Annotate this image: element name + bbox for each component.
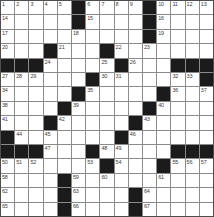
letter-cell-r1c4[interactable]: 4: [44, 1, 57, 14]
letter-cell-r2c3[interactable]: [29, 15, 42, 28]
letter-cell-r2c12[interactable]: 16: [157, 15, 170, 28]
clue-number: 57: [201, 159, 207, 165]
letter-cell-r2c9[interactable]: [115, 15, 128, 28]
letter-cell-r10c5[interactable]: [58, 131, 71, 144]
block-cell-r5c3: [29, 59, 42, 72]
letter-cell-r9c9[interactable]: [115, 116, 128, 129]
letter-cell-r13c9[interactable]: [115, 174, 128, 187]
letter-cell-r10c12[interactable]: [157, 131, 170, 144]
clue-number: 19: [158, 30, 164, 36]
letter-cell-r13c14[interactable]: [186, 174, 199, 187]
clue-number: 32: [172, 73, 178, 79]
letter-cell-r6c6[interactable]: [72, 73, 85, 86]
letter-cell-r1c3[interactable]: 3: [29, 1, 42, 14]
letter-cell-r8c2[interactable]: [15, 102, 28, 115]
block-cell-r8c11: [143, 102, 156, 115]
letter-cell-r4c9[interactable]: 22: [115, 44, 128, 57]
letter-cell-r13c2[interactable]: [15, 174, 28, 187]
letter-cell-r9c14[interactable]: [186, 116, 199, 129]
letter-cell-r1c14[interactable]: 12: [186, 1, 199, 14]
letter-cell-r15c6[interactable]: 66: [72, 203, 85, 216]
clue-number: 2: [16, 1, 19, 7]
letter-cell-r3c3[interactable]: [29, 30, 42, 43]
letter-cell-r9c12[interactable]: [157, 116, 170, 129]
clue-number: 40: [158, 102, 164, 108]
letter-cell-r15c12[interactable]: [157, 203, 170, 216]
block-cell-r5c1: [1, 59, 14, 72]
letter-cell-r8c13[interactable]: [171, 102, 184, 115]
clue-number: 53: [87, 159, 93, 165]
letter-cell-r3c15[interactable]: [200, 30, 213, 43]
clue-number: 5: [59, 1, 62, 7]
letter-cell-r7c3[interactable]: [29, 87, 42, 100]
letter-cell-r13c3[interactable]: [29, 174, 42, 187]
letter-cell-r9c7[interactable]: [86, 116, 99, 129]
letter-cell-r4c12[interactable]: [157, 44, 170, 57]
clue-number: 67: [144, 203, 150, 209]
clue-number: 65: [2, 203, 8, 209]
letter-cell-r15c9[interactable]: [115, 203, 128, 216]
letter-cell-r7c5[interactable]: [58, 87, 71, 100]
letter-cell-r6c9[interactable]: 31: [115, 73, 128, 86]
clue-number: 7: [101, 1, 104, 7]
letter-cell-r10c8[interactable]: [100, 131, 113, 144]
clue-number: 37: [201, 87, 207, 93]
clue-number: 36: [172, 87, 178, 93]
clue-number: 18: [73, 30, 79, 36]
crossword-puzzle: 1234567891011121314151617181920212223242…: [0, 0, 214, 217]
letter-cell-r12c5[interactable]: [58, 159, 71, 172]
letter-cell-r14c13[interactable]: [171, 188, 184, 201]
letter-cell-r3c13[interactable]: [171, 30, 184, 43]
letter-cell-r8c14[interactable]: [186, 102, 199, 115]
letter-cell-r12c9[interactable]: 54: [115, 159, 128, 172]
clue-number: 52: [30, 159, 36, 165]
clue-number: 56: [187, 159, 193, 165]
clue-number: 63: [73, 188, 79, 194]
letter-cell-r6c8[interactable]: 30: [100, 73, 113, 86]
block-cell-r6c15: [200, 73, 213, 86]
letter-cell-r15c3[interactable]: [29, 203, 42, 216]
letter-cell-r8c15[interactable]: [200, 102, 213, 115]
letter-cell-r7c4[interactable]: [44, 87, 57, 100]
letter-cell-r8c6[interactable]: 39: [72, 102, 85, 115]
letter-cell-r5c6[interactable]: [72, 59, 85, 72]
letter-cell-r14c14[interactable]: [186, 188, 199, 201]
clue-number: 62: [2, 188, 8, 194]
letter-cell-r8c3[interactable]: [29, 102, 42, 115]
letter-cell-r11c4[interactable]: 47: [44, 145, 57, 158]
clue-number: 9: [130, 1, 133, 7]
letter-cell-r4c15[interactable]: [200, 44, 213, 57]
letter-cell-r7c11[interactable]: [143, 87, 156, 100]
letter-cell-r12c1[interactable]: 50: [1, 159, 14, 172]
clue-number: 35: [87, 87, 93, 93]
letter-cell-r14c8[interactable]: [100, 188, 113, 201]
letter-cell-r15c2[interactable]: [15, 203, 28, 216]
letter-cell-r3c8[interactable]: [100, 30, 113, 43]
clue-number: 55: [172, 159, 178, 165]
letter-cell-r4c3[interactable]: [29, 44, 42, 57]
clue-number: 12: [187, 1, 193, 7]
letter-cell-r2c4[interactable]: [44, 15, 57, 28]
block-cell-r14c5: [58, 188, 71, 201]
letter-cell-r11c10[interactable]: [129, 145, 142, 158]
block-cell-r4c4: [44, 44, 57, 57]
block-cell-r3c11: [143, 30, 156, 43]
letter-cell-r5c10[interactable]: 26: [129, 59, 142, 72]
letter-cell-r6c4[interactable]: [44, 73, 57, 86]
clue-number: 61: [158, 174, 164, 180]
block-cell-r2c11: [143, 15, 156, 28]
block-cell-r8c5: [58, 102, 71, 115]
clue-number: 49: [116, 145, 122, 151]
block-cell-r11c1: [1, 145, 14, 158]
clue-number: 1: [2, 1, 5, 7]
letter-cell-r10c3[interactable]: [29, 131, 42, 144]
letter-cell-r15c15[interactable]: [200, 203, 213, 216]
letter-cell-r10c13[interactable]: [171, 131, 184, 144]
letter-cell-r7c2[interactable]: [15, 87, 28, 100]
letter-cell-r8c9[interactable]: [115, 102, 128, 115]
block-cell-r11c3: [29, 145, 42, 158]
clue-number: 20: [2, 44, 8, 50]
block-cell-r7c12: [157, 87, 170, 100]
letter-cell-r1c5[interactable]: 5: [58, 1, 71, 14]
clue-number: 22: [116, 44, 122, 50]
letter-cell-r1c1[interactable]: 1: [1, 1, 14, 14]
clue-number: 26: [130, 59, 136, 65]
letter-cell-r13c11[interactable]: [143, 174, 156, 187]
block-cell-r11c2: [15, 145, 28, 158]
letter-cell-r14c2[interactable]: [15, 188, 28, 201]
letter-cell-r13c13[interactable]: [171, 174, 184, 187]
letter-cell-r13c7[interactable]: [86, 174, 99, 187]
letter-cell-r1c9[interactable]: 8: [115, 1, 128, 14]
letter-cell-r3c10[interactable]: [129, 30, 142, 43]
letter-cell-r7c7[interactable]: 35: [86, 87, 99, 100]
clue-number: 21: [59, 44, 65, 50]
letter-cell-r12c7[interactable]: 53: [86, 159, 99, 172]
clue-number: 4: [45, 1, 48, 7]
letter-cell-r8c1[interactable]: 38: [1, 102, 14, 115]
letter-cell-r11c12[interactable]: [157, 145, 170, 158]
letter-cell-r1c10[interactable]: 9: [129, 1, 142, 14]
letter-cell-r6c2[interactable]: 28: [15, 73, 28, 86]
letter-cell-r8c7[interactable]: [86, 102, 99, 115]
letter-cell-r3c7[interactable]: [86, 30, 99, 43]
clue-number: 42: [59, 116, 65, 122]
block-cell-r5c9: [115, 59, 128, 72]
letter-cell-r7c15[interactable]: 37: [200, 87, 213, 100]
clue-number: 39: [73, 102, 79, 108]
letter-cell-r4c7[interactable]: [86, 44, 99, 57]
letter-cell-r10c6[interactable]: [72, 131, 85, 144]
letter-cell-r6c14[interactable]: 33: [186, 73, 199, 86]
block-cell-r9c4: [44, 116, 57, 129]
letter-cell-r10c4[interactable]: 45: [44, 131, 57, 144]
letter-cell-r13c10[interactable]: [129, 174, 142, 187]
letter-cell-r6c11[interactable]: [143, 73, 156, 86]
block-cell-r15c5: [58, 203, 71, 216]
clue-number: 30: [101, 73, 107, 79]
letter-cell-r1c7[interactable]: 6: [86, 1, 99, 14]
letter-cell-r1c15[interactable]: 13: [200, 1, 213, 14]
block-cell-r11c7: [86, 145, 99, 158]
clue-number: 60: [101, 174, 107, 180]
letter-cell-r6c5[interactable]: [58, 73, 71, 86]
clue-number: 44: [16, 131, 22, 137]
block-cell-r10c9: [115, 131, 128, 144]
letter-cell-r12c4[interactable]: [44, 159, 57, 172]
clue-number: 59: [73, 174, 79, 180]
letter-cell-r7c13[interactable]: 36: [171, 87, 184, 100]
letter-cell-r10c2[interactable]: 44: [15, 131, 28, 144]
letter-cell-r14c12[interactable]: [157, 188, 170, 201]
letter-cell-r6c1[interactable]: 27: [1, 73, 14, 86]
letter-cell-r10c15[interactable]: [200, 131, 213, 144]
letter-cell-r8c12[interactable]: 40: [157, 102, 170, 115]
letter-cell-r15c11[interactable]: 67: [143, 203, 156, 216]
block-cell-r13c5: [58, 174, 71, 187]
letter-cell-r10c7[interactable]: [86, 131, 99, 144]
letter-cell-r12c13[interactable]: 55: [171, 159, 184, 172]
letter-cell-r3c1[interactable]: 17: [1, 30, 14, 43]
letter-cell-r9c3[interactable]: [29, 116, 42, 129]
clue-number: 27: [2, 73, 8, 79]
letter-cell-r13c15[interactable]: [200, 174, 213, 187]
letter-cell-r5c4[interactable]: 24: [44, 59, 57, 72]
block-cell-r1c6: [72, 1, 85, 14]
clue-number: 46: [130, 131, 136, 137]
letter-cell-r7c8[interactable]: [100, 87, 113, 100]
clue-number: 15: [87, 15, 93, 21]
clue-number: 38: [2, 102, 8, 108]
letter-cell-r2c7[interactable]: 15: [86, 15, 99, 28]
clue-number: 54: [116, 159, 122, 165]
letter-cell-r2c10[interactable]: [129, 15, 142, 28]
letter-cell-r12c10[interactable]: [129, 159, 142, 172]
letter-cell-r4c1[interactable]: 20: [1, 44, 14, 57]
letter-cell-r3c5[interactable]: [58, 30, 71, 43]
block-cell-r5c2: [15, 59, 28, 72]
letter-cell-r5c12[interactable]: [157, 59, 170, 72]
clue-number: 41: [2, 116, 8, 122]
block-cell-r11c14: [186, 145, 199, 158]
letter-cell-r2c14[interactable]: [186, 15, 199, 28]
letter-cell-r11c11[interactable]: [143, 145, 156, 158]
letter-cell-r11c5[interactable]: [58, 145, 71, 158]
clue-number: 24: [45, 59, 51, 65]
letter-cell-r4c2[interactable]: [15, 44, 28, 57]
block-cell-r7c6: [72, 87, 85, 100]
letter-cell-r10c14[interactable]: [186, 131, 199, 144]
clue-number: 29: [30, 73, 36, 79]
letter-cell-r13c6[interactable]: 59: [72, 174, 85, 187]
letter-cell-r8c10[interactable]: [129, 102, 142, 115]
clue-number: 58: [2, 174, 8, 180]
letter-cell-r6c13[interactable]: 32: [171, 73, 184, 86]
letter-cell-r1c13[interactable]: 11: [171, 1, 184, 14]
clue-number: 34: [2, 87, 8, 93]
clue-number: 25: [101, 59, 107, 65]
clue-number: 66: [73, 203, 79, 209]
clue-number: 3: [30, 1, 33, 7]
clue-number: 13: [201, 1, 207, 7]
block-cell-r12c12: [157, 159, 170, 172]
letter-cell-r11c6[interactable]: [72, 145, 85, 158]
letter-cell-r12c14[interactable]: 56: [186, 159, 199, 172]
letter-cell-r4c10[interactable]: [129, 44, 142, 57]
letter-cell-r4c6[interactable]: [72, 44, 85, 57]
block-cell-r5c13: [171, 59, 184, 72]
letter-cell-r13c12[interactable]: 61: [157, 174, 170, 187]
clue-number: 43: [144, 116, 150, 122]
letter-cell-r8c8[interactable]: [100, 102, 113, 115]
letter-cell-r14c4[interactable]: [44, 188, 57, 201]
clue-number: 50: [2, 159, 8, 165]
letter-cell-r6c10[interactable]: [129, 73, 142, 86]
letter-cell-r14c6[interactable]: 63: [72, 188, 85, 201]
letter-cell-r9c13[interactable]: [171, 116, 184, 129]
letter-cell-r10c11[interactable]: [143, 131, 156, 144]
letter-cell-r1c12[interactable]: 10: [157, 1, 170, 14]
letter-cell-r14c7[interactable]: [86, 188, 99, 201]
letter-cell-r2c8[interactable]: [100, 15, 113, 28]
letter-cell-r7c14[interactable]: [186, 87, 199, 100]
clue-number: 47: [45, 145, 51, 151]
letter-cell-r9c15[interactable]: [200, 116, 213, 129]
letter-cell-r3c9[interactable]: [115, 30, 128, 43]
clue-number: 64: [144, 188, 150, 194]
block-cell-r2c6: [72, 15, 85, 28]
clue-number: 17: [2, 30, 8, 36]
letter-cell-r2c13[interactable]: [171, 15, 184, 28]
letter-cell-r12c2[interactable]: 51: [15, 159, 28, 172]
block-cell-r1c11: [143, 1, 156, 14]
letter-cell-r9c5[interactable]: 42: [58, 116, 71, 129]
letter-cell-r7c10[interactable]: [129, 87, 142, 100]
letter-cell-r15c8[interactable]: [100, 203, 113, 216]
letter-cell-r14c11[interactable]: 64: [143, 188, 156, 201]
letter-cell-r14c3[interactable]: [29, 188, 42, 201]
letter-cell-r4c5[interactable]: 21: [58, 44, 71, 57]
clue-number: 23: [144, 44, 150, 50]
block-cell-r10c1: [1, 131, 14, 144]
letter-cell-r5c5[interactable]: [58, 59, 71, 72]
letter-cell-r10c10[interactable]: 46: [129, 131, 142, 144]
block-cell-r11c13: [171, 145, 184, 158]
letter-cell-r9c2[interactable]: [15, 116, 28, 129]
letter-cell-r13c1[interactable]: 58: [1, 174, 14, 187]
clue-number: 16: [158, 15, 164, 21]
letter-cell-r3c6[interactable]: 18: [72, 30, 85, 43]
letter-cell-r11c8[interactable]: 48: [100, 145, 113, 158]
letter-cell-r15c7[interactable]: [86, 203, 99, 216]
letter-cell-r15c4[interactable]: [44, 203, 57, 216]
block-cell-r11c15: [200, 145, 213, 158]
letter-cell-r9c8[interactable]: [100, 116, 113, 129]
letter-cell-r12c6[interactable]: [72, 159, 85, 172]
block-cell-r5c15: [200, 59, 213, 72]
block-cell-r15c10: [129, 203, 142, 216]
letter-cell-r1c2[interactable]: 2: [15, 1, 28, 14]
letter-cell-r5c8[interactable]: 25: [100, 59, 113, 72]
clue-number: 28: [16, 73, 22, 79]
letter-cell-r7c1[interactable]: 34: [1, 87, 14, 100]
block-cell-r5c14: [186, 59, 199, 72]
letter-cell-r15c13[interactable]: [171, 203, 184, 216]
letter-cell-r14c1[interactable]: 62: [1, 188, 14, 201]
letter-cell-r9c1[interactable]: 41: [1, 116, 14, 129]
letter-cell-r14c9[interactable]: [115, 188, 128, 201]
block-cell-r4c8: [100, 44, 113, 57]
letter-cell-r2c5[interactable]: [58, 15, 71, 28]
letter-cell-r4c14[interactable]: [186, 44, 199, 57]
letter-cell-r3c12[interactable]: 19: [157, 30, 170, 43]
letter-cell-r6c12[interactable]: [157, 73, 170, 86]
clue-number: 10: [158, 1, 164, 7]
block-cell-r9c10: [129, 116, 142, 129]
letter-cell-r2c1[interactable]: 14: [1, 15, 14, 28]
block-cell-r12c8: [100, 159, 113, 172]
letter-cell-r9c6[interactable]: [72, 116, 85, 129]
letter-cell-r14c15[interactable]: [200, 188, 213, 201]
letter-cell-r3c2[interactable]: [15, 30, 28, 43]
letter-cell-r5c11[interactable]: [143, 59, 156, 72]
letter-cell-r4c13[interactable]: [171, 44, 184, 57]
letter-cell-r4c11[interactable]: 23: [143, 44, 156, 57]
letter-cell-r1c8[interactable]: 7: [100, 1, 113, 14]
letter-cell-r8c4[interactable]: [44, 102, 57, 115]
block-cell-r6c7: [86, 73, 99, 86]
clue-number: 8: [116, 1, 119, 7]
clue-number: 33: [187, 73, 193, 79]
clue-number: 6: [87, 1, 90, 7]
letter-cell-r5c7[interactable]: [86, 59, 99, 72]
letter-cell-r2c2[interactable]: [15, 15, 28, 28]
clue-number: 51: [16, 159, 22, 165]
clue-number: 45: [45, 131, 51, 137]
letter-cell-r6c3[interactable]: 29: [29, 73, 42, 86]
letter-cell-r15c14[interactable]: [186, 203, 199, 216]
letter-cell-r15c1[interactable]: 65: [1, 203, 14, 216]
block-cell-r14c10: [129, 188, 142, 201]
letter-cell-r13c4[interactable]: [44, 174, 57, 187]
letter-cell-r3c4[interactable]: [44, 30, 57, 43]
letter-cell-r7c9[interactable]: [115, 87, 128, 100]
clue-number: 31: [116, 73, 122, 79]
letter-cell-r11c9[interactable]: 49: [115, 145, 128, 158]
letter-cell-r3c14[interactable]: [186, 30, 199, 43]
clue-number: 11: [172, 1, 177, 7]
clue-number: 14: [2, 15, 8, 21]
letter-cell-r2c15[interactable]: [200, 15, 213, 28]
letter-cell-r13c8[interactable]: 60: [100, 174, 113, 187]
letter-cell-r12c15[interactable]: 57: [200, 159, 213, 172]
clue-number: 48: [101, 145, 107, 151]
letter-cell-r12c3[interactable]: 52: [29, 159, 42, 172]
letter-cell-r9c11[interactable]: 43: [143, 116, 156, 129]
crossword-grid: 1234567891011121314151617181920212223242…: [0, 0, 214, 217]
letter-cell-r12c11[interactable]: [143, 159, 156, 172]
